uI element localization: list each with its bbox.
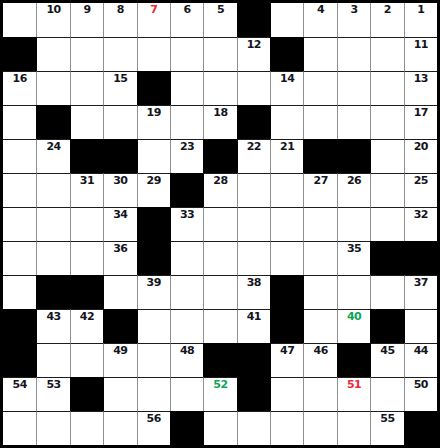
black-cell-r12-c3 [70, 377, 103, 411]
white-cell-r9-c12[interactable] [370, 275, 403, 309]
white-cell-r6-c3[interactable]: 31 [70, 173, 103, 207]
black-cell-r8-c13 [404, 241, 437, 275]
clue-number-15: 15 [104, 72, 136, 85]
black-cell-r9-c9 [270, 275, 303, 309]
white-cell-r4-c12[interactable] [370, 105, 403, 139]
white-cell-r1-c4[interactable]: 8 [103, 3, 136, 37]
black-cell-r4-c2 [36, 105, 69, 139]
black-cell-r13-c6 [170, 411, 203, 445]
white-cell-r13-c3[interactable] [70, 411, 103, 445]
white-cell-r9-c10[interactable] [303, 275, 336, 309]
white-cell-r2-c13[interactable]: 11 [404, 37, 437, 71]
white-cell-r10-c13[interactable] [404, 309, 437, 343]
white-cell-r13-c2[interactable] [36, 411, 69, 445]
white-cell-r9-c11[interactable] [337, 275, 370, 309]
white-cell-r11-c6[interactable]: 48 [170, 343, 203, 377]
white-cell-r5-c8[interactable]: 22 [237, 139, 270, 173]
white-cell-r5-c1[interactable] [3, 139, 36, 173]
white-cell-r1-c1[interactable] [3, 3, 36, 37]
white-cell-r6-c4[interactable]: 30 [103, 173, 136, 207]
white-cell-r13-c8[interactable] [237, 411, 270, 445]
white-cell-r4-c9[interactable] [270, 105, 303, 139]
white-cell-r2-c4[interactable] [103, 37, 136, 71]
white-cell-r4-c13[interactable]: 17 [404, 105, 437, 139]
white-cell-r6-c8[interactable] [237, 173, 270, 207]
white-cell-r6-c13[interactable]: 25 [404, 173, 437, 207]
white-cell-r11-c9[interactable]: 47 [270, 343, 303, 377]
white-cell-r13-c10[interactable] [303, 411, 336, 445]
white-cell-r11-c10[interactable]: 46 [303, 343, 336, 377]
white-cell-r12-c1[interactable]: 54 [3, 377, 36, 411]
white-cell-r13-c11[interactable] [337, 411, 370, 445]
clue-number-26: 26 [338, 174, 370, 187]
clue-number-6: 6 [171, 3, 203, 16]
white-cell-r11-c4[interactable]: 49 [103, 343, 136, 377]
white-cell-r7-c7[interactable] [203, 207, 236, 241]
white-cell-r11-c3[interactable] [70, 343, 103, 377]
white-cell-r3-c7[interactable] [203, 71, 236, 105]
clue-number-38: 38 [238, 276, 270, 289]
clue-number-23: 23 [171, 140, 203, 153]
white-cell-r1-c9[interactable] [270, 3, 303, 37]
white-cell-r13-c1[interactable] [3, 411, 36, 445]
white-cell-r10-c3[interactable]: 42 [70, 309, 103, 343]
white-cell-r3-c9[interactable]: 14 [270, 71, 303, 105]
white-cell-r11-c13[interactable]: 44 [404, 343, 437, 377]
black-cell-r2-c9 [270, 37, 303, 71]
black-cell-r9-c2 [36, 275, 69, 309]
black-cell-r13-c13 [404, 411, 437, 445]
clue-number-8: 8 [104, 3, 136, 16]
black-cell-r11-c11 [337, 343, 370, 377]
white-cell-r8-c2[interactable] [36, 241, 69, 275]
white-cell-r4-c5[interactable]: 19 [137, 105, 170, 139]
white-cell-r4-c7[interactable]: 18 [203, 105, 236, 139]
clue-number-2: 2 [371, 3, 403, 16]
white-cell-r12-c11[interactable]: 51 [337, 377, 370, 411]
clue-number-34: 34 [104, 208, 136, 221]
black-cell-r10-c1 [3, 309, 36, 343]
black-cell-r11-c1 [3, 343, 36, 377]
white-cell-r10-c10[interactable] [303, 309, 336, 343]
clue-number-40: 40 [338, 310, 370, 323]
white-cell-r5-c13[interactable]: 20 [404, 139, 437, 173]
white-cell-r5-c5[interactable] [137, 139, 170, 173]
clue-number-33: 33 [171, 208, 203, 221]
white-cell-r1-c13[interactable]: 1 [404, 3, 437, 37]
black-cell-r5-c7 [203, 139, 236, 173]
white-cell-r1-c10[interactable]: 4 [303, 3, 336, 37]
clue-number-41: 41 [238, 310, 270, 323]
white-cell-r12-c6[interactable] [170, 377, 203, 411]
white-cell-r7-c1[interactable] [3, 207, 36, 241]
clue-number-9: 9 [71, 3, 103, 16]
white-cell-r7-c9[interactable] [270, 207, 303, 241]
clue-number-49: 49 [104, 344, 136, 357]
clue-number-4: 4 [304, 3, 336, 16]
white-cell-r2-c2[interactable] [36, 37, 69, 71]
clue-number-30: 30 [104, 174, 136, 187]
white-cell-r9-c5[interactable]: 39 [137, 275, 170, 309]
white-cell-r8-c9[interactable] [270, 241, 303, 275]
white-cell-r6-c12[interactable] [370, 173, 403, 207]
white-cell-r8-c4[interactable]: 36 [103, 241, 136, 275]
white-cell-r10-c11[interactable]: 40 [337, 309, 370, 343]
white-cell-r2-c10[interactable] [303, 37, 336, 71]
white-cell-r12-c13[interactable]: 50 [404, 377, 437, 411]
clue-number-5: 5 [204, 3, 236, 16]
white-cell-r8-c6[interactable] [170, 241, 203, 275]
white-cell-r4-c6[interactable] [170, 105, 203, 139]
white-cell-r3-c3[interactable] [70, 71, 103, 105]
clue-number-51: 51 [338, 378, 370, 391]
white-cell-r13-c12[interactable]: 55 [370, 411, 403, 445]
clue-number-43: 43 [37, 310, 69, 323]
clue-number-52: 52 [204, 378, 236, 391]
white-cell-r8-c7[interactable] [203, 241, 236, 275]
white-cell-r13-c5[interactable]: 56 [137, 411, 170, 445]
clue-number-42: 42 [71, 310, 103, 323]
clue-number-37: 37 [405, 276, 437, 289]
black-cell-r12-c8 [237, 377, 270, 411]
black-cell-r5-c4 [103, 139, 136, 173]
white-cell-r6-c5[interactable]: 29 [137, 173, 170, 207]
clue-number-25: 25 [405, 174, 437, 187]
white-cell-r5-c6[interactable]: 23 [170, 139, 203, 173]
white-cell-r4-c3[interactable] [70, 105, 103, 139]
clue-number-32: 32 [405, 208, 437, 221]
black-cell-r5-c11 [337, 139, 370, 173]
white-cell-r3-c1[interactable]: 16 [3, 71, 36, 105]
white-cell-r3-c4[interactable]: 15 [103, 71, 136, 105]
white-cell-r1-c11[interactable]: 3 [337, 3, 370, 37]
clue-number-18: 18 [204, 106, 236, 119]
clue-number-45: 45 [371, 344, 403, 357]
white-cell-r3-c11[interactable] [337, 71, 370, 105]
black-cell-r5-c3 [70, 139, 103, 173]
black-cell-r7-c5 [137, 207, 170, 241]
clue-number-44: 44 [405, 344, 437, 357]
white-cell-r6-c11[interactable]: 26 [337, 173, 370, 207]
white-cell-r6-c7[interactable]: 28 [203, 173, 236, 207]
clue-number-24: 24 [37, 140, 69, 153]
white-cell-r3-c10[interactable] [303, 71, 336, 105]
white-cell-r1-c5[interactable]: 7 [137, 3, 170, 37]
white-cell-r11-c12[interactable]: 45 [370, 343, 403, 377]
black-cell-r8-c12 [370, 241, 403, 275]
clue-number-20: 20 [405, 140, 437, 153]
black-cell-r3-c5 [137, 71, 170, 105]
white-cell-r13-c4[interactable] [103, 411, 136, 445]
white-cell-r10-c6[interactable] [170, 309, 203, 343]
white-cell-r9-c7[interactable] [203, 275, 236, 309]
white-cell-r8-c10[interactable] [303, 241, 336, 275]
white-cell-r10-c2[interactable]: 43 [36, 309, 69, 343]
clue-number-21: 21 [271, 140, 303, 153]
white-cell-r3-c6[interactable] [170, 71, 203, 105]
white-cell-r5-c9[interactable]: 21 [270, 139, 303, 173]
clue-number-1: 1 [405, 3, 437, 16]
white-cell-r8-c1[interactable] [3, 241, 36, 275]
black-cell-r10-c4 [103, 309, 136, 343]
clue-number-7: 7 [138, 3, 170, 16]
white-cell-r5-c2[interactable]: 24 [36, 139, 69, 173]
white-cell-r4-c4[interactable] [103, 105, 136, 139]
white-cell-r7-c12[interactable] [370, 207, 403, 241]
white-cell-r7-c10[interactable] [303, 207, 336, 241]
white-cell-r6-c9[interactable] [270, 173, 303, 207]
clue-number-55: 55 [371, 412, 403, 425]
clue-number-31: 31 [71, 174, 103, 187]
white-cell-r2-c12[interactable] [370, 37, 403, 71]
white-cell-r1-c7[interactable]: 5 [203, 3, 236, 37]
clue-number-17: 17 [405, 106, 437, 119]
white-cell-r11-c2[interactable] [36, 343, 69, 377]
white-cell-r7-c6[interactable]: 33 [170, 207, 203, 241]
black-cell-r10-c9 [270, 309, 303, 343]
clue-number-22: 22 [238, 140, 270, 153]
crossword-grid: 1098765432112111615141319181724232221203… [0, 0, 440, 448]
white-cell-r9-c6[interactable] [170, 275, 203, 309]
black-cell-r9-c3 [70, 275, 103, 309]
white-cell-r7-c4[interactable]: 34 [103, 207, 136, 241]
black-cell-r5-c10 [303, 139, 336, 173]
white-cell-r12-c4[interactable] [103, 377, 136, 411]
black-cell-r11-c8 [237, 343, 270, 377]
white-cell-r4-c1[interactable] [3, 105, 36, 139]
clue-number-46: 46 [304, 344, 336, 357]
white-cell-r10-c5[interactable] [137, 309, 170, 343]
clue-number-47: 47 [271, 344, 303, 357]
white-cell-r9-c4[interactable] [103, 275, 136, 309]
white-cell-r7-c3[interactable] [70, 207, 103, 241]
white-cell-r13-c9[interactable] [270, 411, 303, 445]
white-cell-r3-c8[interactable] [237, 71, 270, 105]
white-cell-r9-c8[interactable]: 38 [237, 275, 270, 309]
white-cell-r5-c12[interactable] [370, 139, 403, 173]
white-cell-r12-c12[interactable] [370, 377, 403, 411]
white-cell-r1-c3[interactable]: 9 [70, 3, 103, 37]
clue-number-56: 56 [138, 412, 170, 425]
white-cell-r9-c1[interactable] [3, 275, 36, 309]
white-cell-r2-c8[interactable]: 12 [237, 37, 270, 71]
black-cell-r1-c8 [237, 3, 270, 37]
black-cell-r10-c12 [370, 309, 403, 343]
white-cell-r6-c1[interactable] [3, 173, 36, 207]
clue-number-28: 28 [204, 174, 236, 187]
white-cell-r12-c9[interactable] [270, 377, 303, 411]
black-cell-r2-c1 [3, 37, 36, 71]
white-cell-r3-c2[interactable] [36, 71, 69, 105]
clue-number-50: 50 [405, 378, 437, 391]
white-cell-r1-c2[interactable]: 10 [36, 3, 69, 37]
clue-number-16: 16 [3, 72, 36, 85]
clue-number-35: 35 [338, 242, 370, 255]
clue-number-54: 54 [3, 378, 36, 391]
white-cell-r12-c2[interactable]: 53 [36, 377, 69, 411]
white-cell-r12-c5[interactable] [137, 377, 170, 411]
black-cell-r8-c5 [137, 241, 170, 275]
white-cell-r12-c10[interactable] [303, 377, 336, 411]
clue-number-14: 14 [271, 72, 303, 85]
white-cell-r2-c6[interactable] [170, 37, 203, 71]
white-cell-r12-c7[interactable]: 52 [203, 377, 236, 411]
white-cell-r11-c5[interactable] [137, 343, 170, 377]
white-cell-r2-c11[interactable] [337, 37, 370, 71]
white-cell-r7-c8[interactable] [237, 207, 270, 241]
clue-number-53: 53 [37, 378, 69, 391]
white-cell-r1-c12[interactable]: 2 [370, 3, 403, 37]
clue-number-36: 36 [104, 242, 136, 255]
white-cell-r4-c11[interactable] [337, 105, 370, 139]
white-cell-r13-c7[interactable] [203, 411, 236, 445]
black-cell-r6-c6 [170, 173, 203, 207]
white-cell-r2-c7[interactable] [203, 37, 236, 71]
white-cell-r10-c8[interactable]: 41 [237, 309, 270, 343]
white-cell-r3-c12[interactable] [370, 71, 403, 105]
clue-number-39: 39 [138, 276, 170, 289]
white-cell-r7-c2[interactable] [36, 207, 69, 241]
white-cell-r2-c5[interactable] [137, 37, 170, 71]
clue-number-48: 48 [171, 344, 203, 357]
black-cell-r4-c8 [237, 105, 270, 139]
white-cell-r1-c6[interactable]: 6 [170, 3, 203, 37]
clue-number-13: 13 [405, 72, 437, 85]
clue-number-11: 11 [405, 38, 437, 51]
white-cell-r3-c13[interactable]: 13 [404, 71, 437, 105]
clue-number-12: 12 [238, 38, 270, 51]
white-cell-r8-c11[interactable]: 35 [337, 241, 370, 275]
white-cell-r9-c13[interactable]: 37 [404, 275, 437, 309]
white-cell-r6-c10[interactable]: 27 [303, 173, 336, 207]
clue-number-19: 19 [138, 106, 170, 119]
white-cell-r7-c11[interactable] [337, 207, 370, 241]
clue-number-27: 27 [304, 174, 336, 187]
white-cell-r4-c10[interactable] [303, 105, 336, 139]
white-cell-r7-c13[interactable]: 32 [404, 207, 437, 241]
black-cell-r11-c7 [203, 343, 236, 377]
white-cell-r10-c7[interactable] [203, 309, 236, 343]
white-cell-r6-c2[interactable] [36, 173, 69, 207]
clue-number-10: 10 [37, 3, 69, 16]
white-cell-r2-c3[interactable] [70, 37, 103, 71]
clue-number-29: 29 [138, 174, 170, 187]
white-cell-r8-c3[interactable] [70, 241, 103, 275]
white-cell-r8-c8[interactable] [237, 241, 270, 275]
clue-number-3: 3 [338, 3, 370, 16]
